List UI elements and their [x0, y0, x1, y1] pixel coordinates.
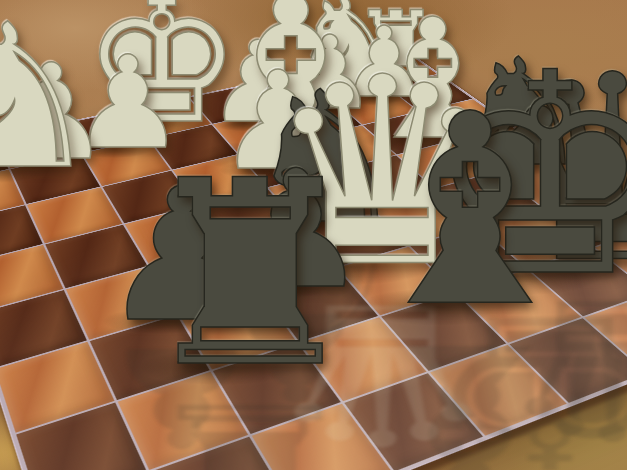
pieces-layer: ♞♟♟♚♟♝♟♟♞♜♟♝♛♛♞♞♟♟♟♟♜♜♝♝♞♚♚♛♛ [0, 0, 627, 470]
black-rook[interactable]: ♜ [135, 147, 364, 403]
white-knight[interactable]: ♞ [0, 0, 103, 197]
black-bishop[interactable]: ♝ [352, 80, 588, 343]
chess-scene: ♞♟♟♚♟♝♟♟♞♜♟♝♛♛♞♞♟♟♟♟♜♜♝♝♞♚♚♛♛ [0, 0, 627, 470]
